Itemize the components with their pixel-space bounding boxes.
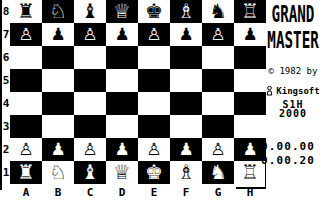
piece-white-pawn: ♟ [178, 138, 193, 161]
square-a4[interactable] [10, 92, 42, 115]
square-b6[interactable] [42, 46, 74, 69]
square-d7[interactable]: ♟ [106, 23, 138, 46]
square-a2[interactable]: ♙ [10, 138, 42, 161]
square-a8[interactable]: ♜ [10, 0, 42, 23]
square-f7[interactable]: ♟ [170, 23, 202, 46]
file-label-g: G [202, 185, 234, 200]
square-a1[interactable]: ♜ [10, 161, 42, 184]
file-label-f: F [170, 185, 202, 200]
square-g3[interactable] [202, 115, 234, 138]
square-b3[interactable] [42, 115, 74, 138]
side-panel: GRAND MASTER © 1982 by Kingsoft S1H 2000 [266, 0, 320, 200]
square-h4[interactable] [234, 92, 266, 115]
square-g6[interactable] [202, 46, 234, 69]
square-f2[interactable]: ♟ [170, 138, 202, 161]
piece-white-knight: ♞ [209, 161, 227, 184]
kingsoft-figure-icon [266, 86, 273, 96]
piece-black-knight: ♘ [49, 0, 67, 23]
square-c7[interactable]: ♙ [74, 23, 106, 46]
piece-white-bishop: ♗ [177, 161, 195, 184]
square-g5[interactable] [202, 69, 234, 92]
rank-label-3: 3 [2, 115, 10, 138]
rank-label-4: 4 [2, 92, 10, 115]
piece-white-bishop: ♝ [81, 161, 99, 184]
rank-label-2: 2 [2, 138, 10, 161]
square-g2[interactable]: ♙ [202, 138, 234, 161]
square-e7[interactable]: ♙ [138, 23, 170, 46]
file-label-b: B [42, 185, 74, 200]
piece-white-pawn: ♟ [242, 138, 257, 161]
rank-label-1: 1 [2, 161, 10, 184]
square-c3[interactable] [74, 115, 106, 138]
square-c4[interactable] [74, 92, 106, 115]
piece-black-pawn: ♙ [82, 23, 97, 46]
square-d1[interactable]: ♕ [106, 161, 138, 184]
piece-black-pawn: ♙ [18, 23, 33, 46]
square-e3[interactable] [138, 115, 170, 138]
file-labels: ABCDEFGH [10, 185, 266, 200]
piece-black-pawn: ♟ [50, 23, 65, 46]
piece-white-rook: ♜ [17, 161, 35, 184]
square-f8[interactable]: ♗ [170, 0, 202, 23]
piece-black-pawn: ♟ [242, 23, 257, 46]
square-b5[interactable] [42, 69, 74, 92]
square-e4[interactable] [138, 92, 170, 115]
square-g8[interactable]: ♞ [202, 0, 234, 23]
square-f6[interactable] [170, 46, 202, 69]
piece-black-pawn: ♟ [178, 23, 193, 46]
square-b2[interactable]: ♟ [42, 138, 74, 161]
piece-black-knight: ♞ [209, 0, 227, 23]
square-d2[interactable]: ♟ [106, 138, 138, 161]
rank-label-5: 5 [2, 69, 10, 92]
piece-black-king: ♚ [145, 0, 163, 23]
square-b1[interactable]: ♘ [42, 161, 74, 184]
square-h6[interactable] [234, 46, 266, 69]
publisher-name: Kingsoft [276, 86, 319, 96]
piece-black-rook: ♖ [241, 0, 259, 23]
piece-white-queen: ♕ [113, 161, 131, 184]
rank-label-7: 7 [2, 23, 10, 46]
square-e1[interactable]: ♚ [138, 161, 170, 184]
square-f4[interactable] [170, 92, 202, 115]
square-d5[interactable] [106, 69, 138, 92]
game-title-line2: MASTER [267, 30, 318, 53]
square-g1[interactable]: ♞ [202, 161, 234, 184]
square-a3[interactable] [10, 115, 42, 138]
square-c5[interactable] [74, 69, 106, 92]
piece-white-pawn: ♙ [18, 138, 33, 161]
square-c8[interactable]: ♝ [74, 0, 106, 23]
square-c6[interactable] [74, 46, 106, 69]
copyright-text: © 1982 by [266, 67, 320, 76]
piece-white-pawn: ♙ [210, 138, 225, 161]
square-e5[interactable] [138, 69, 170, 92]
square-f5[interactable] [170, 69, 202, 92]
square-c1[interactable]: ♝ [74, 161, 106, 184]
piece-white-pawn: ♙ [146, 138, 161, 161]
clock-top: 0.00.00 [261, 141, 320, 152]
square-e8[interactable]: ♚ [138, 0, 170, 23]
piece-black-pawn: ♟ [114, 23, 129, 46]
square-d8[interactable]: ♕ [106, 0, 138, 23]
square-a6[interactable] [10, 46, 42, 69]
square-h5[interactable] [234, 69, 266, 92]
piece-white-pawn: ♟ [114, 138, 129, 161]
square-h8[interactable]: ♖ [234, 0, 266, 23]
file-label-a: A [10, 185, 42, 200]
file-label-c: C [74, 185, 106, 200]
piece-black-rook: ♜ [17, 0, 35, 23]
piece-white-pawn: ♟ [50, 138, 65, 161]
square-b4[interactable] [42, 92, 74, 115]
publisher-line: Kingsoft [266, 86, 320, 96]
square-b8[interactable]: ♘ [42, 0, 74, 23]
piece-white-knight: ♘ [49, 161, 67, 184]
square-d4[interactable] [106, 92, 138, 115]
square-e6[interactable] [138, 46, 170, 69]
square-g7[interactable]: ♙ [202, 23, 234, 46]
piece-black-pawn: ♙ [146, 23, 161, 46]
piece-white-pawn: ♙ [82, 138, 97, 161]
game-screen: 87654321 ♜♘♝♕♚♗♞♖♙♟♙♟♙♟♙♟♙♟♙♟♙♟♙♟♜♘♝♕♚♗♞… [0, 0, 320, 200]
piece-black-pawn: ♙ [210, 23, 225, 46]
rank-label-6: 6 [2, 46, 10, 69]
game-title-line1: GRAND [267, 4, 318, 27]
square-f1[interactable]: ♗ [170, 161, 202, 184]
square-d3[interactable] [106, 115, 138, 138]
square-d6[interactable] [106, 46, 138, 69]
square-f3[interactable] [170, 115, 202, 138]
piece-black-queen: ♕ [113, 0, 131, 23]
square-a7[interactable]: ♙ [10, 23, 42, 46]
square-g4[interactable] [202, 92, 234, 115]
chess-board: ♜♘♝♕♚♗♞♖♙♟♙♟♙♟♙♟♙♟♙♟♙♟♙♟♜♘♝♕♚♗♞♖ [10, 0, 266, 184]
square-h7[interactable]: ♟ [234, 23, 266, 46]
square-a5[interactable] [10, 69, 42, 92]
piece-black-bishop: ♗ [177, 0, 195, 23]
square-b7[interactable]: ♟ [42, 23, 74, 46]
engine-name-line2: 2000 [266, 109, 320, 119]
clock-bottom: 0.00.20 [261, 155, 320, 166]
piece-white-king: ♚ [145, 161, 163, 184]
piece-black-bishop: ♝ [81, 0, 99, 23]
file-label-d: D [106, 185, 138, 200]
square-e2[interactable]: ♙ [138, 138, 170, 161]
square-h3[interactable] [234, 115, 266, 138]
file-label-e: E [138, 185, 170, 200]
rank-labels: 87654321 [2, 0, 10, 184]
square-c2[interactable]: ♙ [74, 138, 106, 161]
rank-label-8: 8 [2, 0, 10, 23]
